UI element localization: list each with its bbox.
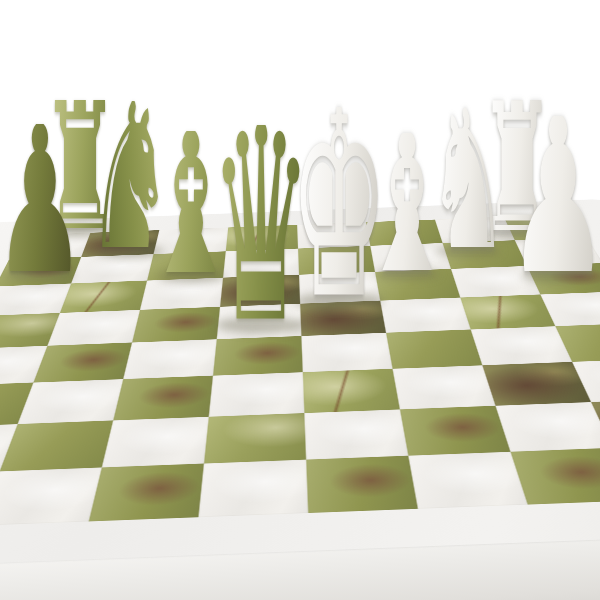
square-e7 <box>298 246 375 275</box>
square-d6 <box>220 275 300 307</box>
square-f1 <box>408 452 527 509</box>
square-c7 <box>147 251 226 280</box>
square-d2 <box>204 413 306 463</box>
square-d5 <box>217 304 302 340</box>
square-a7 <box>0 257 81 287</box>
square-d7 <box>223 249 299 278</box>
square-b8 <box>81 230 159 257</box>
square-b2 <box>0 420 113 471</box>
square-g1 <box>510 448 600 505</box>
square-b6 <box>60 281 147 313</box>
square-g6 <box>451 266 540 298</box>
square-e4 <box>301 333 392 372</box>
square-g7 <box>443 240 527 269</box>
square-d4 <box>213 336 303 376</box>
square-b4 <box>33 342 132 382</box>
square-b5 <box>47 310 140 346</box>
square-e3 <box>303 369 400 413</box>
square-f7 <box>370 243 451 272</box>
board-tilt-wrapper <box>0 0 600 600</box>
square-f6 <box>375 269 460 301</box>
square-g2 <box>495 402 600 452</box>
square-f2 <box>400 406 511 456</box>
square-d8 <box>226 225 298 251</box>
square-d1 <box>198 460 308 518</box>
square-f5 <box>380 298 470 333</box>
square-e8 <box>297 222 370 248</box>
board-grid <box>0 214 600 530</box>
chess-board <box>0 199 600 571</box>
square-a8 <box>9 233 90 260</box>
square-g4 <box>471 326 572 365</box>
square-c1 <box>89 464 204 522</box>
square-b3 <box>18 379 124 424</box>
square-c5 <box>132 307 220 343</box>
square-c4 <box>123 339 217 379</box>
square-c2 <box>102 417 209 468</box>
chess-set-photo: ♟♜♞♝♛♚♝♞♜♟ <box>0 0 600 600</box>
square-f4 <box>386 329 482 368</box>
square-e5 <box>300 301 386 336</box>
square-e6 <box>299 272 380 304</box>
square-b7 <box>71 254 153 283</box>
square-h6 <box>527 263 600 294</box>
square-c6 <box>140 278 223 310</box>
square-b1 <box>0 467 102 525</box>
square-g5 <box>460 294 555 329</box>
square-c3 <box>113 376 213 421</box>
square-c8 <box>153 227 228 254</box>
square-h7 <box>515 237 600 266</box>
square-f8 <box>366 220 443 246</box>
square-h8 <box>504 214 587 240</box>
square-e1 <box>306 456 418 513</box>
square-d3 <box>209 372 305 417</box>
square-g8 <box>435 217 515 243</box>
square-e2 <box>304 409 408 459</box>
square-f3 <box>393 365 496 409</box>
